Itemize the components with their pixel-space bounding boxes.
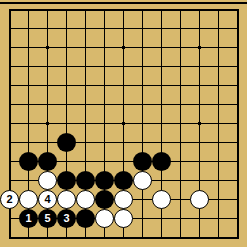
move-number-label: 5 <box>44 213 50 224</box>
stone-white[interactable] <box>95 209 114 228</box>
stone-black[interactable] <box>152 152 171 171</box>
stone-black[interactable] <box>57 133 76 152</box>
stone-black[interactable] <box>95 171 114 190</box>
stone-white[interactable] <box>190 190 209 209</box>
move-number-label: 4 <box>44 194 50 205</box>
stone-black[interactable] <box>114 171 133 190</box>
stones-layer: 24153 <box>0 0 247 247</box>
go-board[interactable]: 24153 <box>0 0 247 247</box>
stone-black[interactable] <box>76 171 95 190</box>
stone-white[interactable] <box>38 171 57 190</box>
move-number-label: 3 <box>63 213 69 224</box>
stone-black[interactable] <box>133 152 152 171</box>
stone-black[interactable] <box>57 171 76 190</box>
stone-white[interactable] <box>76 190 95 209</box>
stone-white[interactable] <box>57 190 76 209</box>
stone-black[interactable] <box>76 209 95 228</box>
stone-white[interactable]: 4 <box>38 190 57 209</box>
stone-black[interactable]: 3 <box>57 209 76 228</box>
stone-black[interactable]: 1 <box>19 209 38 228</box>
stone-white[interactable] <box>133 171 152 190</box>
stone-white[interactable] <box>19 190 38 209</box>
stone-black[interactable] <box>38 152 57 171</box>
stone-white[interactable] <box>114 209 133 228</box>
stone-white[interactable] <box>114 190 133 209</box>
move-number-label: 2 <box>6 194 12 205</box>
stone-white[interactable]: 2 <box>0 190 19 209</box>
stone-black[interactable] <box>95 190 114 209</box>
move-number-label: 1 <box>25 213 31 224</box>
stone-white[interactable] <box>152 190 171 209</box>
stone-black[interactable]: 5 <box>38 209 57 228</box>
stone-black[interactable] <box>19 152 38 171</box>
